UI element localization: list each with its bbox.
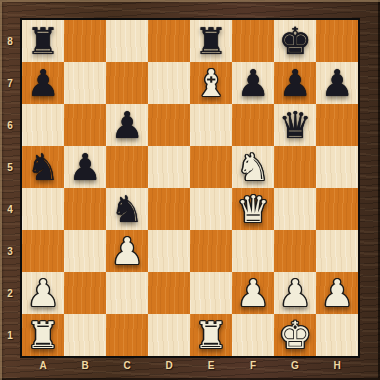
rank-labels: 87654321 [0, 18, 20, 358]
square-c4[interactable]: ♞ [106, 188, 148, 230]
square-d7[interactable] [148, 62, 190, 104]
square-e4[interactable] [190, 188, 232, 230]
square-b1[interactable] [64, 314, 106, 356]
square-g2[interactable]: ♟ [274, 272, 316, 314]
rank-label-3: 3 [0, 230, 20, 272]
piece-black-queen[interactable]: ♛ [278, 107, 311, 144]
square-e7[interactable]: ♝ [190, 62, 232, 104]
square-c1[interactable] [106, 314, 148, 356]
rank-label-8: 8 [0, 20, 20, 62]
square-h1[interactable] [316, 314, 358, 356]
square-d3[interactable] [148, 230, 190, 272]
piece-black-knight[interactable]: ♞ [110, 191, 143, 228]
square-a6[interactable] [22, 104, 64, 146]
square-d6[interactable] [148, 104, 190, 146]
file-label-a: A [22, 357, 64, 373]
square-h7[interactable]: ♟ [316, 62, 358, 104]
piece-black-pawn[interactable]: ♟ [26, 65, 59, 102]
file-label-d: D [148, 357, 190, 373]
chess-app: 87654321 ABCDEFGH ♜♜♚♟♝♟♟♟♟♛♞♟♞♞♛♟♟♟♟♟♜♜… [0, 0, 380, 380]
rank-label-7: 7 [0, 62, 20, 104]
square-b8[interactable] [64, 20, 106, 62]
square-g6[interactable]: ♛ [274, 104, 316, 146]
square-f8[interactable] [232, 20, 274, 62]
square-h8[interactable] [316, 20, 358, 62]
piece-black-rook[interactable]: ♜ [26, 23, 59, 60]
square-a3[interactable] [22, 230, 64, 272]
rank-label-4: 4 [0, 188, 20, 230]
piece-black-pawn[interactable]: ♟ [236, 65, 269, 102]
piece-black-rook[interactable]: ♜ [194, 23, 227, 60]
square-g7[interactable]: ♟ [274, 62, 316, 104]
file-labels: ABCDEFGH [22, 357, 358, 373]
piece-black-pawn[interactable]: ♟ [68, 149, 101, 186]
piece-white-knight[interactable]: ♞ [236, 149, 269, 186]
square-a5[interactable]: ♞ [22, 146, 64, 188]
square-f6[interactable] [232, 104, 274, 146]
file-label-g: G [274, 357, 316, 373]
square-c6[interactable]: ♟ [106, 104, 148, 146]
file-label-f: F [232, 357, 274, 373]
file-label-b: B [64, 357, 106, 373]
square-h3[interactable] [316, 230, 358, 272]
piece-white-pawn[interactable]: ♟ [236, 275, 269, 312]
piece-white-pawn[interactable]: ♟ [110, 233, 143, 270]
piece-black-pawn[interactable]: ♟ [278, 65, 311, 102]
rank-label-2: 2 [0, 272, 20, 314]
chess-board: ♜♜♚♟♝♟♟♟♟♛♞♟♞♞♛♟♟♟♟♟♜♜♚ [20, 18, 360, 358]
rank-label-5: 5 [0, 146, 20, 188]
square-d5[interactable] [148, 146, 190, 188]
square-g4[interactable] [274, 188, 316, 230]
square-e6[interactable] [190, 104, 232, 146]
square-e1[interactable]: ♜ [190, 314, 232, 356]
square-h5[interactable] [316, 146, 358, 188]
square-h2[interactable]: ♟ [316, 272, 358, 314]
square-d8[interactable] [148, 20, 190, 62]
piece-white-pawn[interactable]: ♟ [26, 275, 59, 312]
square-a7[interactable]: ♟ [22, 62, 64, 104]
piece-black-king[interactable]: ♚ [278, 23, 311, 60]
square-d1[interactable] [148, 314, 190, 356]
piece-white-pawn[interactable]: ♟ [320, 275, 353, 312]
square-b3[interactable] [64, 230, 106, 272]
file-label-c: C [106, 357, 148, 373]
square-h4[interactable] [316, 188, 358, 230]
piece-black-pawn[interactable]: ♟ [320, 65, 353, 102]
square-e2[interactable] [190, 272, 232, 314]
file-label-h: H [316, 357, 358, 373]
square-c5[interactable] [106, 146, 148, 188]
square-f1[interactable] [232, 314, 274, 356]
square-c2[interactable] [106, 272, 148, 314]
square-e5[interactable] [190, 146, 232, 188]
piece-white-rook[interactable]: ♜ [194, 317, 227, 354]
piece-white-queen[interactable]: ♛ [236, 191, 269, 228]
rank-label-6: 6 [0, 104, 20, 146]
square-f4[interactable]: ♛ [232, 188, 274, 230]
square-a4[interactable] [22, 188, 64, 230]
square-d2[interactable] [148, 272, 190, 314]
square-b2[interactable] [64, 272, 106, 314]
square-e8[interactable]: ♜ [190, 20, 232, 62]
piece-black-knight[interactable]: ♞ [26, 149, 59, 186]
square-h6[interactable] [316, 104, 358, 146]
rank-label-1: 1 [0, 314, 20, 356]
square-g8[interactable]: ♚ [274, 20, 316, 62]
file-label-e: E [190, 357, 232, 373]
square-c8[interactable] [106, 20, 148, 62]
square-f3[interactable] [232, 230, 274, 272]
piece-white-pawn[interactable]: ♟ [278, 275, 311, 312]
square-c7[interactable] [106, 62, 148, 104]
square-c3[interactable]: ♟ [106, 230, 148, 272]
square-a8[interactable]: ♜ [22, 20, 64, 62]
square-a1[interactable]: ♜ [22, 314, 64, 356]
square-g1[interactable]: ♚ [274, 314, 316, 356]
piece-white-rook[interactable]: ♜ [26, 317, 59, 354]
square-g5[interactable] [274, 146, 316, 188]
square-d4[interactable] [148, 188, 190, 230]
piece-white-bishop[interactable]: ♝ [194, 65, 227, 102]
square-a2[interactable]: ♟ [22, 272, 64, 314]
square-b5[interactable]: ♟ [64, 146, 106, 188]
square-e3[interactable] [190, 230, 232, 272]
square-f5[interactable]: ♞ [232, 146, 274, 188]
piece-white-king[interactable]: ♚ [278, 317, 311, 354]
piece-black-pawn[interactable]: ♟ [110, 107, 143, 144]
square-b4[interactable] [64, 188, 106, 230]
square-g3[interactable] [274, 230, 316, 272]
square-f2[interactable]: ♟ [232, 272, 274, 314]
square-f7[interactable]: ♟ [232, 62, 274, 104]
square-b6[interactable] [64, 104, 106, 146]
square-b7[interactable] [64, 62, 106, 104]
